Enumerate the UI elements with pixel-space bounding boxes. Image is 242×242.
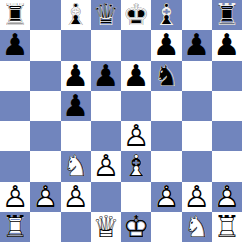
- piece-fill-glyph: ♟: [151, 182, 181, 212]
- piece-fill-glyph: ♚: [121, 212, 151, 242]
- white-king[interactable]: ♚♔: [121, 212, 151, 242]
- black-pawn[interactable]: ♟: [212, 30, 242, 60]
- piece-fill-glyph: ♟: [61, 91, 91, 121]
- square-c1[interactable]: [61, 212, 91, 242]
- piece-outline-glyph: ♗: [121, 151, 151, 181]
- square-b6[interactable]: [30, 61, 60, 91]
- square-b1[interactable]: [30, 212, 60, 242]
- square-d2[interactable]: [91, 182, 121, 212]
- square-d7[interactable]: [91, 30, 121, 60]
- piece-outline-glyph: ♖: [0, 212, 30, 242]
- piece-outline-glyph: ♖: [212, 0, 242, 30]
- square-f7[interactable]: ♟: [151, 30, 181, 60]
- black-bishop[interactable]: ♝♗: [151, 0, 181, 30]
- piece-fill-glyph: ♛: [91, 0, 121, 30]
- black-pawn[interactable]: ♟: [182, 30, 212, 60]
- piece-outline-glyph: ♙: [30, 182, 60, 212]
- square-e3[interactable]: ♝♗: [121, 151, 151, 181]
- piece-fill-glyph: ♟: [30, 182, 60, 212]
- piece-fill-glyph: ♟: [121, 121, 151, 151]
- piece-fill-glyph: ♟: [212, 182, 242, 212]
- piece-fill-glyph: ♜: [212, 212, 242, 242]
- chess-board: ♜♖♝♗♛♕♚♔♝♗♜♖♟♟♟♟♟♟♟♞♘♟♟♙♞♘♟♙♝♗♟♙♟♙♟♙♟♙♟♙…: [0, 0, 242, 242]
- square-b2[interactable]: ♟♙: [30, 182, 60, 212]
- piece-fill-glyph: ♜: [0, 212, 30, 242]
- square-a3[interactable]: [0, 151, 30, 181]
- white-queen[interactable]: ♛♕: [91, 212, 121, 242]
- square-g7[interactable]: ♟: [182, 30, 212, 60]
- piece-outline-glyph: ♙: [121, 121, 151, 151]
- square-f2[interactable]: ♟♙: [151, 182, 181, 212]
- square-h5[interactable]: [212, 91, 242, 121]
- black-king[interactable]: ♚♔: [121, 0, 151, 30]
- black-bishop[interactable]: ♝♗: [61, 0, 91, 30]
- piece-fill-glyph: ♟: [91, 61, 121, 91]
- piece-outline-glyph: ♘: [61, 151, 91, 181]
- square-g8[interactable]: [182, 0, 212, 30]
- white-pawn[interactable]: ♟♙: [182, 182, 212, 212]
- square-b8[interactable]: [30, 0, 60, 30]
- white-pawn[interactable]: ♟♙: [121, 121, 151, 151]
- square-g1[interactable]: ♞♘: [182, 212, 212, 242]
- square-a8[interactable]: ♜♖: [0, 0, 30, 30]
- white-pawn[interactable]: ♟♙: [30, 182, 60, 212]
- white-pawn[interactable]: ♟♙: [151, 182, 181, 212]
- black-pawn[interactable]: ♟: [91, 61, 121, 91]
- piece-fill-glyph: ♛: [91, 212, 121, 242]
- piece-fill-glyph: ♟: [91, 151, 121, 181]
- piece-fill-glyph: ♟: [0, 182, 30, 212]
- piece-fill-glyph: ♟: [182, 182, 212, 212]
- square-d5[interactable]: [91, 91, 121, 121]
- piece-fill-glyph: ♝: [151, 0, 181, 30]
- white-pawn[interactable]: ♟♙: [61, 182, 91, 212]
- square-c6[interactable]: ♟: [61, 61, 91, 91]
- black-pawn[interactable]: ♟: [0, 30, 30, 60]
- piece-outline-glyph: ♙: [182, 182, 212, 212]
- square-h3[interactable]: [212, 151, 242, 181]
- piece-fill-glyph: ♜: [212, 0, 242, 30]
- square-a7[interactable]: ♟: [0, 30, 30, 60]
- white-knight[interactable]: ♞♘: [182, 212, 212, 242]
- piece-fill-glyph: ♟: [212, 30, 242, 60]
- square-b4[interactable]: [30, 121, 60, 151]
- piece-fill-glyph: ♟: [121, 61, 151, 91]
- piece-outline-glyph: ♔: [121, 212, 151, 242]
- piece-fill-glyph: ♟: [182, 30, 212, 60]
- piece-fill-glyph: ♞: [182, 212, 212, 242]
- square-g6[interactable]: [182, 61, 212, 91]
- piece-outline-glyph: ♔: [121, 0, 151, 30]
- piece-fill-glyph: ♝: [121, 151, 151, 181]
- square-f6[interactable]: ♞♘: [151, 61, 181, 91]
- piece-outline-glyph: ♕: [91, 0, 121, 30]
- square-h7[interactable]: ♟: [212, 30, 242, 60]
- white-knight[interactable]: ♞♘: [61, 151, 91, 181]
- square-h2[interactable]: ♟♙: [212, 182, 242, 212]
- square-d3[interactable]: ♟♙: [91, 151, 121, 181]
- piece-fill-glyph: ♟: [0, 30, 30, 60]
- piece-outline-glyph: ♙: [0, 182, 30, 212]
- square-e8[interactable]: ♚♔: [121, 0, 151, 30]
- piece-fill-glyph: ♝: [61, 0, 91, 30]
- square-d6[interactable]: ♟: [91, 61, 121, 91]
- square-c5[interactable]: ♟: [61, 91, 91, 121]
- black-pawn[interactable]: ♟: [121, 61, 151, 91]
- square-h6[interactable]: [212, 61, 242, 91]
- square-b5[interactable]: [30, 91, 60, 121]
- square-c4[interactable]: [61, 121, 91, 151]
- white-pawn[interactable]: ♟♙: [91, 151, 121, 181]
- white-rook[interactable]: ♜♖: [212, 212, 242, 242]
- piece-outline-glyph: ♕: [91, 212, 121, 242]
- square-g5[interactable]: [182, 91, 212, 121]
- square-d4[interactable]: [91, 121, 121, 151]
- square-f3[interactable]: [151, 151, 181, 181]
- square-h8[interactable]: ♜♖: [212, 0, 242, 30]
- piece-outline-glyph: ♖: [0, 0, 30, 30]
- square-h1[interactable]: ♜♖: [212, 212, 242, 242]
- square-e2[interactable]: [121, 182, 151, 212]
- square-g2[interactable]: ♟♙: [182, 182, 212, 212]
- square-f1[interactable]: [151, 212, 181, 242]
- piece-outline-glyph: ♙: [212, 182, 242, 212]
- piece-fill-glyph: ♞: [61, 151, 91, 181]
- square-d8[interactable]: ♛♕: [91, 0, 121, 30]
- piece-outline-glyph: ♙: [91, 151, 121, 181]
- square-c3[interactable]: ♞♘: [61, 151, 91, 181]
- piece-fill-glyph: ♚: [121, 0, 151, 30]
- black-queen[interactable]: ♛♕: [91, 0, 121, 30]
- square-a6[interactable]: [0, 61, 30, 91]
- square-d1[interactable]: ♛♕: [91, 212, 121, 242]
- square-c2[interactable]: ♟♙: [61, 182, 91, 212]
- square-b7[interactable]: [30, 30, 60, 60]
- square-c8[interactable]: ♝♗: [61, 0, 91, 30]
- piece-fill-glyph: ♟: [61, 182, 91, 212]
- piece-fill-glyph: ♜: [0, 0, 30, 30]
- square-g4[interactable]: [182, 121, 212, 151]
- white-bishop[interactable]: ♝♗: [121, 151, 151, 181]
- piece-fill-glyph: ♟: [151, 30, 181, 60]
- piece-outline-glyph: ♙: [151, 182, 181, 212]
- black-pawn[interactable]: ♟: [61, 91, 91, 121]
- piece-outline-glyph: ♗: [151, 0, 181, 30]
- square-a4[interactable]: [0, 121, 30, 151]
- square-a5[interactable]: [0, 91, 30, 121]
- square-f4[interactable]: [151, 121, 181, 151]
- black-pawn[interactable]: ♟: [151, 30, 181, 60]
- piece-outline-glyph: ♘: [151, 61, 181, 91]
- square-b3[interactable]: [30, 151, 60, 181]
- piece-outline-glyph: ♘: [182, 212, 212, 242]
- piece-outline-glyph: ♗: [61, 0, 91, 30]
- square-f5[interactable]: [151, 91, 181, 121]
- black-knight[interactable]: ♞♘: [151, 61, 181, 91]
- square-h4[interactable]: [212, 121, 242, 151]
- piece-fill-glyph: ♞: [151, 61, 181, 91]
- white-rook[interactable]: ♜♖: [0, 212, 30, 242]
- black-rook[interactable]: ♜♖: [0, 0, 30, 30]
- square-a2[interactable]: ♟♙: [0, 182, 30, 212]
- black-rook[interactable]: ♜♖: [212, 0, 242, 30]
- square-e4[interactable]: ♟♙: [121, 121, 151, 151]
- piece-outline-glyph: ♖: [212, 212, 242, 242]
- square-a1[interactable]: ♜♖: [0, 212, 30, 242]
- square-e7[interactable]: [121, 30, 151, 60]
- piece-outline-glyph: ♙: [61, 182, 91, 212]
- square-c7[interactable]: [61, 30, 91, 60]
- white-pawn[interactable]: ♟♙: [0, 182, 30, 212]
- square-g3[interactable]: [182, 151, 212, 181]
- square-e5[interactable]: [121, 91, 151, 121]
- black-pawn[interactable]: ♟: [61, 61, 91, 91]
- square-f8[interactable]: ♝♗: [151, 0, 181, 30]
- square-e1[interactable]: ♚♔: [121, 212, 151, 242]
- piece-fill-glyph: ♟: [61, 61, 91, 91]
- white-pawn[interactable]: ♟♙: [212, 182, 242, 212]
- square-e6[interactable]: ♟: [121, 61, 151, 91]
